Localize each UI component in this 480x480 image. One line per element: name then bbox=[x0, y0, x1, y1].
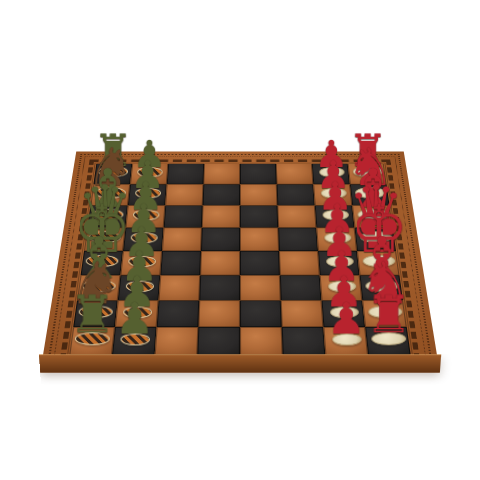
board-field: ♜♟♟♜♞♟♟♞♝♟♟♝♛♟♟♛♚♟♟♚♝♟♟♝♞♟♟♞♜♟♟♜ bbox=[69, 164, 410, 355]
square-r7c6[interactable] bbox=[281, 301, 324, 327]
square-r3c6[interactable] bbox=[277, 206, 316, 228]
square-r2c5[interactable] bbox=[240, 184, 277, 205]
piece-base bbox=[74, 332, 109, 345]
piece-base bbox=[119, 333, 148, 345]
square-r8c5[interactable] bbox=[240, 327, 283, 355]
square-r3c3[interactable] bbox=[164, 206, 203, 228]
piece-right-pawn[interactable]: ♟ bbox=[322, 299, 370, 345]
rook-glyph: ♜ bbox=[365, 290, 412, 338]
square-r6c4[interactable] bbox=[199, 275, 240, 300]
square-r6c5[interactable] bbox=[240, 275, 281, 300]
piece-base bbox=[371, 332, 406, 345]
square-r4c5[interactable] bbox=[240, 228, 279, 251]
piece-left-rook[interactable]: ♜ bbox=[68, 290, 116, 346]
square-r6c6[interactable] bbox=[280, 275, 322, 300]
chess-board: ♜♟♟♜♞♟♟♞♝♟♟♝♛♟♟♛♚♟♟♚♝♟♟♝♞♟♟♞♜♟♟♜ bbox=[40, 151, 440, 372]
square-r8c4[interactable] bbox=[197, 327, 240, 355]
square-r2c6[interactable] bbox=[277, 184, 315, 205]
square-r5c3[interactable] bbox=[160, 251, 201, 275]
square-r1c3[interactable] bbox=[167, 164, 204, 185]
rook-glyph: ♜ bbox=[68, 290, 115, 338]
square-r8c8[interactable]: ♜ bbox=[365, 327, 411, 355]
square-r8c6[interactable] bbox=[282, 327, 326, 355]
square-r1c6[interactable] bbox=[276, 164, 313, 185]
square-r3c4[interactable] bbox=[202, 206, 240, 228]
square-r5c6[interactable] bbox=[279, 251, 320, 275]
square-r8c3[interactable] bbox=[155, 327, 199, 355]
square-r1c4[interactable] bbox=[203, 164, 240, 185]
board-front-edge bbox=[39, 354, 441, 372]
piece-base bbox=[331, 333, 360, 345]
piece-right-rook[interactable]: ♜ bbox=[364, 290, 412, 346]
square-r5c5[interactable] bbox=[240, 251, 280, 275]
square-r5c4[interactable] bbox=[200, 251, 240, 275]
board-scene: ♜♟♟♜♞♟♟♞♝♟♟♝♛♟♟♛♚♟♟♚♝♟♟♝♞♟♟♞♜♟♟♜ bbox=[0, 0, 480, 480]
square-r8c1[interactable]: ♜ bbox=[69, 327, 115, 355]
square-r2c3[interactable] bbox=[165, 184, 203, 205]
piece-left-pawn[interactable]: ♟ bbox=[110, 299, 158, 345]
square-r8c7[interactable]: ♟ bbox=[323, 327, 368, 355]
square-r4c3[interactable] bbox=[162, 228, 202, 251]
square-r1c5[interactable] bbox=[240, 164, 277, 185]
square-r3c5[interactable] bbox=[240, 206, 278, 228]
square-r8c2[interactable]: ♟ bbox=[112, 327, 157, 355]
square-r4c4[interactable] bbox=[201, 228, 240, 251]
square-r7c4[interactable] bbox=[198, 301, 240, 327]
square-r7c5[interactable] bbox=[240, 301, 282, 327]
square-r4c6[interactable] bbox=[278, 228, 318, 251]
square-r7c3[interactable] bbox=[157, 301, 200, 327]
product-photo-page: ♜♟♟♜♞♟♟♞♝♟♟♝♛♟♟♛♚♟♟♚♝♟♟♝♞♟♟♞♜♟♟♜ bbox=[0, 0, 480, 480]
square-r6c3[interactable] bbox=[158, 275, 200, 300]
square-r2c4[interactable] bbox=[203, 184, 240, 205]
